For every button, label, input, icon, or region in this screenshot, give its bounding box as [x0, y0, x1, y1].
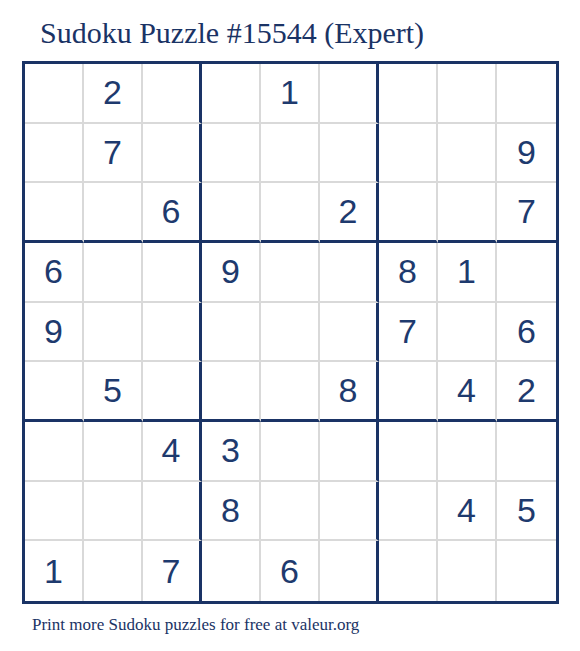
- cell-r8c8: 4: [438, 482, 497, 542]
- cell-r3c2: [84, 183, 143, 243]
- cell-r3c1: [25, 183, 84, 243]
- cell-r7c3: 4: [143, 422, 202, 482]
- cell-r1c5: 1: [261, 64, 320, 124]
- cell-r6c2: 5: [84, 362, 143, 422]
- cell-r4c1: 6: [25, 243, 84, 303]
- cell-r3c8: [438, 183, 497, 243]
- cell-r3c4: [202, 183, 261, 243]
- cell-r5c8: [438, 303, 497, 363]
- cell-r9c3: 7: [143, 541, 202, 601]
- cell-r7c7: [379, 422, 438, 482]
- cell-r9c4: [202, 541, 261, 601]
- cell-r6c8: 4: [438, 362, 497, 422]
- cell-r8c7: [379, 482, 438, 542]
- cell-r4c7: 8: [379, 243, 438, 303]
- cell-r1c8: [438, 64, 497, 124]
- cell-r8c6: [320, 482, 379, 542]
- cell-r9c7: [379, 541, 438, 601]
- cell-r7c8: [438, 422, 497, 482]
- cell-r7c1: [25, 422, 84, 482]
- cell-r7c2: [84, 422, 143, 482]
- cell-r6c3: [143, 362, 202, 422]
- cell-r2c2: 7: [84, 124, 143, 184]
- cell-r2c5: [261, 124, 320, 184]
- cell-r1c4: [202, 64, 261, 124]
- cell-r6c6: 8: [320, 362, 379, 422]
- cell-r8c5: [261, 482, 320, 542]
- cell-r6c7: [379, 362, 438, 422]
- cell-r1c6: [320, 64, 379, 124]
- cell-r4c8: 1: [438, 243, 497, 303]
- cell-r7c6: [320, 422, 379, 482]
- cell-r1c2: 2: [84, 64, 143, 124]
- cell-r1c3: [143, 64, 202, 124]
- cell-r4c3: [143, 243, 202, 303]
- cell-r2c9: 9: [497, 124, 556, 184]
- cell-r7c4: 3: [202, 422, 261, 482]
- cell-r5c2: [84, 303, 143, 363]
- page-title: Sudoku Puzzle #15544 (Expert): [40, 16, 424, 50]
- cell-r5c4: [202, 303, 261, 363]
- cell-r4c2: [84, 243, 143, 303]
- cell-r8c2: [84, 482, 143, 542]
- cell-r2c3: [143, 124, 202, 184]
- cell-r2c7: [379, 124, 438, 184]
- cell-r5c9: 6: [497, 303, 556, 363]
- cell-r3c6: 2: [320, 183, 379, 243]
- cell-r1c7: [379, 64, 438, 124]
- cell-r8c9: 5: [497, 482, 556, 542]
- cell-r6c5: [261, 362, 320, 422]
- cell-r4c4: 9: [202, 243, 261, 303]
- cell-r9c2: [84, 541, 143, 601]
- cell-r8c4: 8: [202, 482, 261, 542]
- cell-r4c9: [497, 243, 556, 303]
- cell-r6c4: [202, 362, 261, 422]
- cell-r7c9: [497, 422, 556, 482]
- cell-r3c7: [379, 183, 438, 243]
- cell-r4c5: [261, 243, 320, 303]
- cell-r9c6: [320, 541, 379, 601]
- sudoku-board: 21796276981976584243845176: [22, 61, 559, 604]
- cell-r7c5: [261, 422, 320, 482]
- cell-r8c3: [143, 482, 202, 542]
- cell-r5c5: [261, 303, 320, 363]
- cell-r3c5: [261, 183, 320, 243]
- cell-r6c1: [25, 362, 84, 422]
- cell-r5c7: 7: [379, 303, 438, 363]
- cell-r3c3: 6: [143, 183, 202, 243]
- cell-r2c1: [25, 124, 84, 184]
- sudoku-page: { "title": { "text": "Sudoku Puzzle #155…: [0, 0, 580, 651]
- cell-r1c9: [497, 64, 556, 124]
- cell-r9c9: [497, 541, 556, 601]
- cell-r9c5: 6: [261, 541, 320, 601]
- cell-r6c9: 2: [497, 362, 556, 422]
- cell-r5c1: 9: [25, 303, 84, 363]
- cell-r5c3: [143, 303, 202, 363]
- cell-r9c1: 1: [25, 541, 84, 601]
- cell-r1c1: [25, 64, 84, 124]
- cell-r2c8: [438, 124, 497, 184]
- cell-r8c1: [25, 482, 84, 542]
- cell-r2c6: [320, 124, 379, 184]
- cell-r9c8: [438, 541, 497, 601]
- cell-r2c4: [202, 124, 261, 184]
- cell-r5c6: [320, 303, 379, 363]
- cell-r4c6: [320, 243, 379, 303]
- footer-text: Print more Sudoku puzzles for free at va…: [32, 615, 359, 635]
- cell-r3c9: 7: [497, 183, 556, 243]
